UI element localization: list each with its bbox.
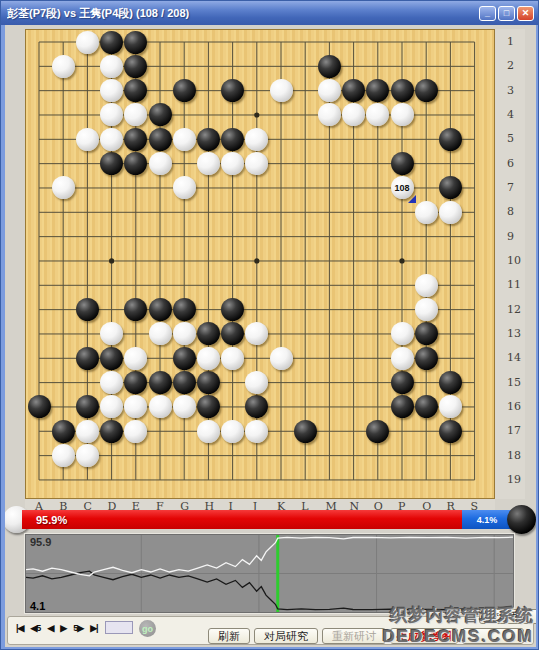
white-stone-J5[interactable] (245, 128, 268, 151)
eval-bar: 95.9% 4.1% (5, 503, 536, 533)
white-stone-B2[interactable] (52, 55, 75, 78)
white-stone-J17[interactable] (245, 420, 268, 443)
black-stone-D1[interactable] (100, 31, 123, 54)
re-discuss-button[interactable]: 重新研讨 (322, 628, 386, 644)
black-stone-B17[interactable] (52, 420, 75, 443)
refresh-button[interactable]: 刷新 (208, 628, 250, 644)
row-coordinate-strip: 12345678910111213141516171819 (495, 29, 525, 499)
close-button[interactable]: ✕ (517, 6, 534, 21)
black-winrate-bar: 4.1% (462, 510, 512, 529)
white-stone-Q11[interactable] (415, 274, 438, 297)
row-label: 18 (507, 449, 521, 462)
white-stone-M3[interactable] (318, 79, 341, 102)
graph-bottom-label: 4.1 (30, 600, 45, 612)
window-title: 彭荃(P7段) vs 王隽(P4段) (108 / 208) (7, 6, 479, 21)
black-stone-O17[interactable] (366, 420, 389, 443)
star-point (254, 258, 259, 263)
black-stone-G3[interactable] (173, 79, 196, 102)
title-bar: 彭荃(P7段) vs 王隽(P4段) (108 / 208) _□✕ (1, 1, 539, 25)
row-label: 7 (507, 181, 514, 194)
nav-back-5-button[interactable]: ◀5 (30, 623, 40, 633)
row-label: 15 (507, 376, 521, 389)
graph-top-label: 95.9 (30, 536, 51, 548)
black-stone-P6[interactable] (391, 152, 414, 175)
star-point (109, 258, 114, 263)
nav-back-1-button[interactable]: ◀ (47, 623, 53, 633)
row-label: 5 (507, 132, 514, 145)
row-label: 8 (507, 205, 514, 218)
black-stone-M2[interactable] (318, 55, 341, 78)
app-window: 彭荃(P7段) vs 王隽(P4段) (108 / 208) _□✕ 12345… (0, 0, 539, 650)
white-stone-Q12[interactable] (415, 298, 438, 321)
black-stone-P3[interactable] (391, 79, 414, 102)
black-stone-Q14[interactable] (415, 347, 438, 370)
winrate-curves (26, 535, 513, 612)
white-stone-P7[interactable]: 108 (391, 176, 414, 199)
row-label: 12 (507, 303, 521, 316)
black-stone-E2[interactable] (124, 55, 147, 78)
row-label: 16 (507, 400, 521, 413)
white-stone-P14[interactable] (391, 347, 414, 370)
black-stone-Q3[interactable] (415, 79, 438, 102)
white-stone-P4[interactable] (391, 103, 414, 126)
white-stone-G5[interactable] (173, 128, 196, 151)
row-label: 4 (507, 108, 514, 121)
row-label: 10 (507, 254, 521, 267)
black-stone-C12[interactable] (76, 298, 99, 321)
black-stone-P15[interactable] (391, 371, 414, 394)
white-stone-B18[interactable] (52, 444, 75, 467)
black-stone-G14[interactable] (173, 347, 196, 370)
black-stone-H5[interactable] (197, 128, 220, 151)
white-winrate-label: 95.9% (36, 514, 67, 526)
black-stone-P16[interactable] (391, 395, 414, 418)
black-stone-C14[interactable] (76, 347, 99, 370)
white-stone-D5[interactable] (100, 128, 123, 151)
nav-last-button[interactable]: ▶| (90, 623, 97, 633)
winrate-graph[interactable]: 95.9 4.1 (25, 534, 514, 613)
row-label: 3 (507, 84, 514, 97)
black-stone-D14[interactable] (100, 347, 123, 370)
move-number-input[interactable] (105, 621, 133, 634)
action-buttons: 刷新对局研究重新研讨生成参考图 (208, 628, 524, 644)
white-stone-I14[interactable] (221, 347, 244, 370)
white-stone-G13[interactable] (173, 322, 196, 345)
row-label: 19 (507, 473, 521, 486)
black-stone-F5[interactable] (149, 128, 172, 151)
row-label: 2 (507, 59, 514, 72)
white-stone-H14[interactable] (197, 347, 220, 370)
black-stone-H15[interactable] (197, 371, 220, 394)
white-stone-F16[interactable] (149, 395, 172, 418)
black-stone-A16[interactable] (28, 395, 51, 418)
black-stone-G12[interactable] (173, 298, 196, 321)
black-stone-D17[interactable] (100, 420, 123, 443)
white-stone-C5[interactable] (76, 128, 99, 151)
star-point (399, 258, 404, 263)
white-stone-H17[interactable] (197, 420, 220, 443)
white-stone-E17[interactable] (124, 420, 147, 443)
black-stone-G15[interactable] (173, 371, 196, 394)
content-area: 12345678910111213141516171819 ABCDEFGHIJ… (5, 25, 536, 647)
white-stone-F6[interactable] (149, 152, 172, 175)
black-stone-Q16[interactable] (415, 395, 438, 418)
transform-move-count-button[interactable]: 变换手数 (479, 609, 536, 624)
black-stone-I5[interactable] (221, 128, 244, 151)
row-label: 14 (507, 351, 521, 364)
white-stone-C18[interactable] (76, 444, 99, 467)
black-stone-E1[interactable] (124, 31, 147, 54)
black-winrate-label: 4.1% (477, 515, 498, 525)
row-label: 17 (507, 424, 521, 437)
black-stone-F4[interactable] (149, 103, 172, 126)
white-stone-F13[interactable] (149, 322, 172, 345)
game-research-button[interactable]: 对局研究 (254, 628, 318, 644)
white-stone-G16[interactable] (173, 395, 196, 418)
black-stone-R17[interactable] (439, 420, 462, 443)
star-point (254, 112, 259, 117)
white-stone-C1[interactable] (76, 31, 99, 54)
control-panel: |◀◀5◀▶5▶▶| go 变换手数 刷新对局研究重新研讨生成参考图 (7, 616, 534, 645)
nav-forward-5-button[interactable]: 5▶ (73, 623, 83, 633)
row-label: 1 (507, 35, 514, 48)
black-stone-icon (507, 505, 536, 534)
row-label: 11 (507, 278, 521, 291)
row-label: 6 (507, 157, 514, 170)
white-stone-D2[interactable] (100, 55, 123, 78)
white-stone-I17[interactable] (221, 420, 244, 443)
white-stone-P13[interactable] (391, 322, 414, 345)
black-stone-F12[interactable] (149, 298, 172, 321)
white-stone-H6[interactable] (197, 152, 220, 175)
move-nav-bar: |◀◀5◀▶5▶▶| (16, 623, 98, 633)
row-label: 9 (507, 230, 514, 243)
nav-first-button[interactable]: |◀ (16, 623, 23, 633)
white-stone-K3[interactable] (270, 79, 293, 102)
black-stone-R5[interactable] (439, 128, 462, 151)
black-stone-R15[interactable] (439, 371, 462, 394)
white-stone-R8[interactable] (439, 201, 462, 224)
white-stone-E14[interactable] (124, 347, 147, 370)
generate-reference-button[interactable]: 生成参考图 (390, 628, 458, 644)
white-stone-K14[interactable] (270, 347, 293, 370)
black-stone-F15[interactable] (149, 371, 172, 394)
nav-forward-1-button[interactable]: ▶ (60, 623, 66, 633)
white-stone-C17[interactable] (76, 420, 99, 443)
go-button[interactable]: go (139, 620, 156, 637)
black-stone-E5[interactable] (124, 128, 147, 151)
obscured-button[interactable] (462, 628, 524, 644)
black-stone-Q13[interactable] (415, 322, 438, 345)
black-stone-L17[interactable] (294, 420, 317, 443)
window-controls: _□✕ (479, 6, 534, 21)
white-winrate-bar: 95.9% (22, 510, 462, 529)
row-label: 13 (507, 327, 521, 340)
minimize-button[interactable]: _ (479, 6, 496, 21)
white-stone-Q8[interactable] (415, 201, 438, 224)
maximize-button[interactable]: □ (498, 6, 515, 21)
